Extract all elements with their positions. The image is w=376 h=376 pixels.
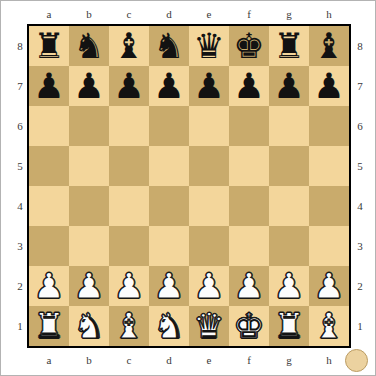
file-label-c: c — [109, 353, 149, 367]
square-b4[interactable] — [69, 186, 109, 226]
file-label-e: e — [189, 7, 229, 21]
square-e5[interactable] — [189, 146, 229, 186]
square-b3[interactable] — [69, 226, 109, 266]
rank-labels-right: 87654321 — [353, 26, 367, 346]
square-g1[interactable]: ♜ — [269, 306, 309, 346]
square-e1[interactable]: ♛ — [189, 306, 229, 346]
square-c7[interactable]: ♟ — [109, 66, 149, 106]
piece-black-pawn[interactable]: ♟ — [33, 66, 64, 106]
square-f6[interactable] — [229, 106, 269, 146]
square-c1[interactable]: ♝ — [109, 306, 149, 346]
piece-white-rook[interactable]: ♜ — [273, 306, 304, 346]
square-d1[interactable]: ♞ — [149, 306, 189, 346]
square-b6[interactable] — [69, 106, 109, 146]
piece-white-pawn[interactable]: ♟ — [313, 266, 344, 306]
square-e6[interactable] — [189, 106, 229, 146]
file-label-e: e — [189, 353, 229, 367]
piece-white-queen[interactable]: ♛ — [193, 306, 224, 346]
square-e3[interactable] — [189, 226, 229, 266]
piece-black-pawn[interactable]: ♟ — [73, 66, 104, 106]
square-d3[interactable] — [149, 226, 189, 266]
piece-white-pawn[interactable]: ♟ — [73, 266, 104, 306]
square-a3[interactable] — [29, 226, 69, 266]
square-a4[interactable] — [29, 186, 69, 226]
square-b7[interactable]: ♟ — [69, 66, 109, 106]
square-g5[interactable] — [269, 146, 309, 186]
square-g4[interactable] — [269, 186, 309, 226]
square-a7[interactable]: ♟ — [29, 66, 69, 106]
square-e7[interactable]: ♟ — [189, 66, 229, 106]
piece-white-pawn[interactable]: ♟ — [193, 266, 224, 306]
piece-white-pawn[interactable]: ♟ — [33, 266, 64, 306]
square-a6[interactable] — [29, 106, 69, 146]
white-to-move-indicator — [345, 349, 368, 372]
chess-board: ♜♞♝♞♛♚♜♝♟♟♟♟♟♟♟♟♟♟♟♟♟♟♟♟♜♞♝♞♛♚♜♝ — [27, 24, 351, 348]
file-label-b: b — [69, 353, 109, 367]
rank-label-2: 2 — [353, 266, 367, 306]
piece-black-king[interactable]: ♚ — [233, 26, 264, 66]
piece-white-knight[interactable]: ♞ — [73, 306, 104, 346]
square-f1[interactable]: ♚ — [229, 306, 269, 346]
piece-black-pawn[interactable]: ♟ — [113, 66, 144, 106]
square-d7[interactable]: ♟ — [149, 66, 189, 106]
square-g2[interactable]: ♟ — [269, 266, 309, 306]
rank-label-7: 7 — [353, 66, 367, 106]
square-c6[interactable] — [109, 106, 149, 146]
square-h6[interactable] — [309, 106, 349, 146]
piece-black-pawn[interactable]: ♟ — [153, 66, 184, 106]
rank-label-7: 7 — [13, 66, 27, 106]
piece-black-knight[interactable]: ♞ — [73, 26, 104, 66]
rank-label-1: 1 — [13, 306, 27, 346]
square-c8[interactable]: ♝ — [109, 26, 149, 66]
file-labels-bottom: abcdefgh — [29, 353, 349, 367]
piece-white-rook[interactable]: ♜ — [33, 306, 64, 346]
square-c5[interactable] — [109, 146, 149, 186]
rank-label-3: 3 — [353, 226, 367, 266]
square-g8[interactable]: ♜ — [269, 26, 309, 66]
square-d2[interactable]: ♟ — [149, 266, 189, 306]
square-h4[interactable] — [309, 186, 349, 226]
rank-label-1: 1 — [353, 306, 367, 346]
square-c3[interactable] — [109, 226, 149, 266]
piece-white-pawn[interactable]: ♟ — [113, 266, 144, 306]
square-e4[interactable] — [189, 186, 229, 226]
file-label-f: f — [229, 7, 269, 21]
file-label-g: g — [269, 7, 309, 21]
piece-white-bishop[interactable]: ♝ — [113, 306, 144, 346]
rank-label-5: 5 — [353, 146, 367, 186]
square-h7[interactable]: ♟ — [309, 66, 349, 106]
square-f7[interactable]: ♟ — [229, 66, 269, 106]
file-label-d: d — [149, 353, 189, 367]
rank-label-6: 6 — [353, 106, 367, 146]
rank-labels-left: 87654321 — [13, 26, 27, 346]
square-b2[interactable]: ♟ — [69, 266, 109, 306]
rank-label-3: 3 — [13, 226, 27, 266]
square-a5[interactable] — [29, 146, 69, 186]
file-label-f: f — [229, 353, 269, 367]
square-f4[interactable] — [229, 186, 269, 226]
piece-black-bishop[interactable]: ♝ — [313, 26, 344, 66]
square-g7[interactable]: ♟ — [269, 66, 309, 106]
square-d4[interactable] — [149, 186, 189, 226]
square-b1[interactable]: ♞ — [69, 306, 109, 346]
rank-label-5: 5 — [13, 146, 27, 186]
piece-black-pawn[interactable]: ♟ — [273, 66, 304, 106]
square-c2[interactable]: ♟ — [109, 266, 149, 306]
file-label-c: c — [109, 7, 149, 21]
square-h5[interactable] — [309, 146, 349, 186]
piece-black-queen[interactable]: ♛ — [193, 26, 224, 66]
file-label-g: g — [269, 353, 309, 367]
piece-black-pawn[interactable]: ♟ — [313, 66, 344, 106]
square-a1[interactable]: ♜ — [29, 306, 69, 346]
piece-white-bishop[interactable]: ♝ — [313, 306, 344, 346]
square-g3[interactable] — [269, 226, 309, 266]
rank-label-4: 4 — [13, 186, 27, 226]
square-h1[interactable]: ♝ — [309, 306, 349, 346]
square-e8[interactable]: ♛ — [189, 26, 229, 66]
square-d5[interactable] — [149, 146, 189, 186]
piece-black-bishop[interactable]: ♝ — [113, 26, 144, 66]
file-label-h: h — [309, 7, 349, 21]
file-label-b: b — [69, 7, 109, 21]
square-b8[interactable]: ♞ — [69, 26, 109, 66]
square-c4[interactable] — [109, 186, 149, 226]
piece-white-pawn[interactable]: ♟ — [153, 266, 184, 306]
piece-white-pawn[interactable]: ♟ — [273, 266, 304, 306]
piece-white-king[interactable]: ♚ — [233, 306, 264, 346]
piece-black-pawn[interactable]: ♟ — [193, 66, 224, 106]
rank-label-2: 2 — [13, 266, 27, 306]
square-g6[interactable] — [269, 106, 309, 146]
square-h8[interactable]: ♝ — [309, 26, 349, 66]
square-e2[interactable]: ♟ — [189, 266, 229, 306]
rank-label-6: 6 — [13, 106, 27, 146]
square-h3[interactable] — [309, 226, 349, 266]
square-b5[interactable] — [69, 146, 109, 186]
piece-black-pawn[interactable]: ♟ — [233, 66, 264, 106]
square-h2[interactable]: ♟ — [309, 266, 349, 306]
square-a8[interactable]: ♜ — [29, 26, 69, 66]
piece-black-rook[interactable]: ♜ — [33, 26, 64, 66]
square-f2[interactable]: ♟ — [229, 266, 269, 306]
rank-label-8: 8 — [353, 26, 367, 66]
file-label-a: a — [29, 7, 69, 21]
piece-white-pawn[interactable]: ♟ — [233, 266, 264, 306]
square-a2[interactable]: ♟ — [29, 266, 69, 306]
square-f3[interactable] — [229, 226, 269, 266]
square-d8[interactable]: ♞ — [149, 26, 189, 66]
file-label-h: h — [309, 353, 349, 367]
file-label-d: d — [149, 7, 189, 21]
square-f8[interactable]: ♚ — [229, 26, 269, 66]
file-label-a: a — [29, 353, 69, 367]
rank-label-4: 4 — [353, 186, 367, 226]
chess-board-window: abcdefgh 87654321 ♜♞♝♞♛♚♜♝♟♟♟♟♟♟♟♟♟♟♟♟♟♟… — [0, 0, 376, 376]
square-f5[interactable] — [229, 146, 269, 186]
piece-black-rook[interactable]: ♜ — [273, 26, 304, 66]
piece-white-knight[interactable]: ♞ — [153, 306, 184, 346]
piece-black-knight[interactable]: ♞ — [153, 26, 184, 66]
rank-label-8: 8 — [13, 26, 27, 66]
file-labels-top: abcdefgh — [29, 7, 349, 21]
square-d6[interactable] — [149, 106, 189, 146]
